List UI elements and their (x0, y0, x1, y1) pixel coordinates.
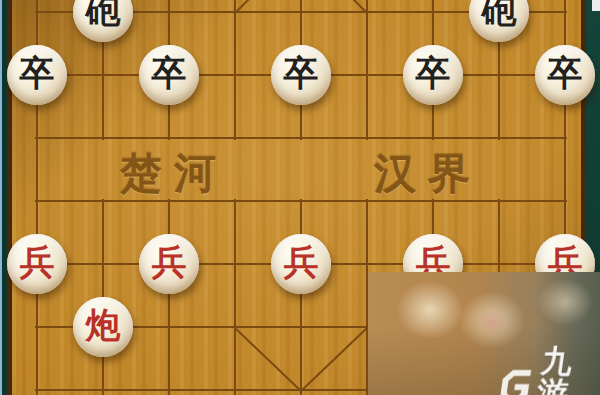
piece-glyph: 卒 (416, 56, 451, 91)
piece-red-soldier-e6[interactable]: 兵 (271, 234, 331, 294)
piece-black-soldier-i3[interactable]: 卒 (535, 45, 595, 105)
piece-black-soldier-c3[interactable]: 卒 (139, 45, 199, 105)
piece-black-cannon-h2[interactable]: 砲 (469, 0, 529, 42)
piece-black-soldier-g3[interactable]: 卒 (403, 45, 463, 105)
piece-glyph: 卒 (548, 56, 583, 91)
piece-glyph: 卒 (284, 56, 319, 91)
piece-black-cannon-b2[interactable]: 砲 (73, 0, 133, 42)
piece-red-soldier-a6[interactable]: 兵 (7, 234, 67, 294)
piece-glyph: 卒 (20, 56, 55, 91)
piece-black-soldier-a3[interactable]: 卒 (7, 45, 67, 105)
watermark-logo: 九游 (496, 346, 600, 395)
piece-glyph: 砲 (482, 0, 517, 28)
xiangqi-board-screenshot: 楚河 汉界 砲砲卒卒卒卒卒兵兵兵兵兵炮炮 九游 (0, 0, 600, 395)
piece-glyph: 砲 (86, 0, 121, 28)
piece-glyph: 卒 (152, 56, 187, 91)
piece-glyph: 兵 (152, 245, 187, 280)
piece-glyph: 兵 (284, 245, 319, 280)
9game-g-icon (496, 366, 536, 395)
piece-black-soldier-e3[interactable]: 卒 (271, 45, 331, 105)
piece-red-cannon-b7[interactable]: 炮 (73, 297, 133, 357)
piece-glyph: 兵 (20, 245, 55, 280)
watermark-text: 九游 (535, 346, 600, 395)
corner-white-sliver (592, 0, 600, 11)
piece-glyph: 炮 (86, 308, 121, 343)
piece-red-soldier-c6[interactable]: 兵 (139, 234, 199, 294)
